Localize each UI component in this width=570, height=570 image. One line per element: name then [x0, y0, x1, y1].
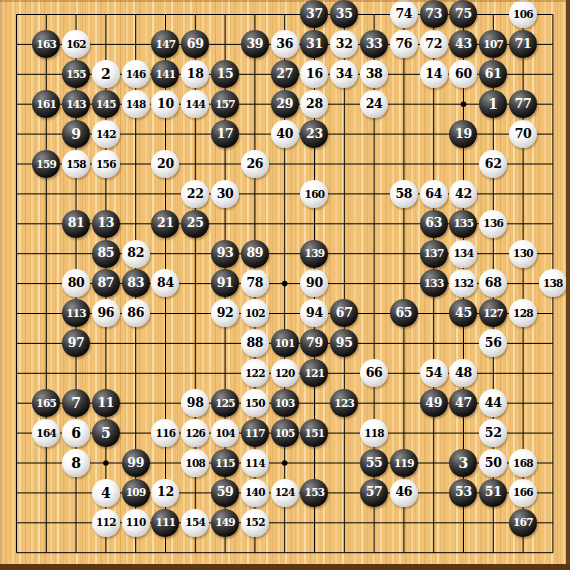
stone-35[interactable]: 35 [330, 0, 358, 28]
stone-38[interactable]: 38 [360, 60, 388, 88]
stone-94[interactable]: 94 [300, 299, 328, 327]
stone-125[interactable]: 125 [211, 389, 239, 417]
stone-123[interactable]: 123 [330, 389, 358, 417]
stone-87[interactable]: 87 [92, 269, 120, 297]
stone-98[interactable]: 98 [181, 389, 209, 417]
stone-127[interactable]: 127 [479, 299, 507, 327]
stone-53[interactable]: 53 [449, 479, 477, 507]
stone-164[interactable]: 164 [32, 419, 60, 447]
stone-120[interactable]: 120 [271, 359, 299, 387]
stone-92[interactable]: 92 [211, 299, 239, 327]
stone-72[interactable]: 72 [420, 30, 448, 58]
stone-26[interactable]: 26 [241, 150, 269, 178]
stone-5[interactable]: 5 [92, 419, 120, 447]
stone-147[interactable]: 147 [151, 30, 179, 58]
stone-110[interactable]: 110 [122, 509, 150, 537]
stone-106[interactable]: 106 [509, 0, 537, 28]
stone-162[interactable]: 162 [62, 30, 90, 58]
stone-167[interactable]: 167 [509, 509, 537, 537]
stone-21[interactable]: 21 [151, 210, 179, 238]
stone-93[interactable]: 93 [211, 240, 239, 268]
stone-144[interactable]: 144 [181, 90, 209, 118]
stone-33[interactable]: 33 [360, 30, 388, 58]
stone-74[interactable]: 74 [390, 0, 418, 28]
stone-66[interactable]: 66 [360, 359, 388, 387]
stone-105[interactable]: 105 [271, 419, 299, 447]
stone-101[interactable]: 101 [271, 329, 299, 357]
stone-23[interactable]: 23 [300, 120, 328, 148]
stone-84[interactable]: 84 [151, 269, 179, 297]
stone-103[interactable]: 103 [271, 389, 299, 417]
stone-16[interactable]: 16 [300, 60, 328, 88]
stone-150[interactable]: 150 [241, 389, 269, 417]
stone-142[interactable]: 142 [92, 120, 120, 148]
stone-11[interactable]: 11 [92, 389, 120, 417]
stone-132[interactable]: 132 [449, 269, 477, 297]
stone-3[interactable]: 3 [449, 449, 477, 477]
stone-145[interactable]: 145 [92, 90, 120, 118]
stone-55[interactable]: 55 [360, 449, 388, 477]
stone-48[interactable]: 48 [449, 359, 477, 387]
stone-1[interactable]: 1 [479, 90, 507, 118]
stone-68[interactable]: 68 [479, 269, 507, 297]
stone-13[interactable]: 13 [92, 210, 120, 238]
stone-157[interactable]: 157 [211, 90, 239, 118]
stone-27[interactable]: 27 [271, 60, 299, 88]
stone-67[interactable]: 67 [330, 299, 358, 327]
stone-7[interactable]: 7 [62, 389, 90, 417]
stone-37[interactable]: 37 [300, 0, 328, 28]
stone-151[interactable]: 151 [300, 419, 328, 447]
stone-140[interactable]: 140 [241, 479, 269, 507]
stone-25[interactable]: 25 [181, 210, 209, 238]
stone-69[interactable]: 69 [181, 30, 209, 58]
stone-79[interactable]: 79 [300, 329, 328, 357]
stone-31[interactable]: 31 [300, 30, 328, 58]
stone-2[interactable]: 2 [92, 60, 120, 88]
stone-32[interactable]: 32 [330, 30, 358, 58]
stone-116[interactable]: 116 [151, 419, 179, 447]
stone-146[interactable]: 146 [122, 60, 150, 88]
stone-161[interactable]: 161 [32, 90, 60, 118]
stones-layer: 1234567891011121314151617181920212223242… [2, 0, 568, 567]
stone-117[interactable]: 117 [241, 419, 269, 447]
stone-155[interactable]: 155 [62, 60, 90, 88]
stone-130[interactable]: 130 [509, 240, 537, 268]
stone-153[interactable]: 153 [300, 479, 328, 507]
stone-152[interactable]: 152 [241, 509, 269, 537]
stone-76[interactable]: 76 [390, 30, 418, 58]
stone-40[interactable]: 40 [271, 120, 299, 148]
stone-70[interactable]: 70 [509, 120, 537, 148]
stone-59[interactable]: 59 [211, 479, 239, 507]
stone-45[interactable]: 45 [449, 299, 477, 327]
stone-6[interactable]: 6 [62, 419, 90, 447]
stone-96[interactable]: 96 [92, 299, 120, 327]
stone-28[interactable]: 28 [300, 90, 328, 118]
stone-42[interactable]: 42 [449, 180, 477, 208]
stone-113[interactable]: 113 [62, 299, 90, 327]
stone-75[interactable]: 75 [449, 0, 477, 28]
stone-107[interactable]: 107 [479, 30, 507, 58]
stone-134[interactable]: 134 [449, 240, 477, 268]
stone-82[interactable]: 82 [122, 240, 150, 268]
stone-163[interactable]: 163 [32, 30, 60, 58]
stone-95[interactable]: 95 [330, 329, 358, 357]
stone-136[interactable]: 136 [479, 210, 507, 238]
stone-61[interactable]: 61 [479, 60, 507, 88]
go-board[interactable]: 1234567891011121314151617181920212223242… [0, 0, 570, 570]
stone-34[interactable]: 34 [330, 60, 358, 88]
stone-71[interactable]: 71 [509, 30, 537, 58]
stone-109[interactable]: 109 [122, 479, 150, 507]
stone-90[interactable]: 90 [300, 269, 328, 297]
stone-114[interactable]: 114 [241, 449, 269, 477]
stone-9[interactable]: 9 [62, 120, 90, 148]
stone-137[interactable]: 137 [420, 240, 448, 268]
stone-19[interactable]: 19 [449, 120, 477, 148]
stone-121[interactable]: 121 [300, 359, 328, 387]
stone-88[interactable]: 88 [241, 329, 269, 357]
stone-43[interactable]: 43 [449, 30, 477, 58]
stone-51[interactable]: 51 [479, 479, 507, 507]
stone-124[interactable]: 124 [271, 479, 299, 507]
stone-119[interactable]: 119 [390, 449, 418, 477]
stone-159[interactable]: 159 [32, 150, 60, 178]
stone-86[interactable]: 86 [122, 299, 150, 327]
stone-85[interactable]: 85 [92, 240, 120, 268]
stone-133[interactable]: 133 [420, 269, 448, 297]
stone-20[interactable]: 20 [151, 150, 179, 178]
stone-58[interactable]: 58 [390, 180, 418, 208]
stone-160[interactable]: 160 [300, 180, 328, 208]
stone-91[interactable]: 91 [211, 269, 239, 297]
stone-138[interactable]: 138 [539, 269, 567, 297]
stone-126[interactable]: 126 [181, 419, 209, 447]
stone-128[interactable]: 128 [509, 299, 537, 327]
stone-156[interactable]: 156 [92, 150, 120, 178]
stone-18[interactable]: 18 [181, 60, 209, 88]
stone-4[interactable]: 4 [92, 479, 120, 507]
stone-12[interactable]: 12 [151, 479, 179, 507]
stone-115[interactable]: 115 [211, 449, 239, 477]
stone-143[interactable]: 143 [62, 90, 90, 118]
stone-118[interactable]: 118 [360, 419, 388, 447]
stone-49[interactable]: 49 [420, 389, 448, 417]
stone-15[interactable]: 15 [211, 60, 239, 88]
stone-80[interactable]: 80 [62, 269, 90, 297]
stone-36[interactable]: 36 [271, 30, 299, 58]
stone-14[interactable]: 14 [420, 60, 448, 88]
stone-62[interactable]: 62 [479, 150, 507, 178]
stone-154[interactable]: 154 [181, 509, 209, 537]
stone-135[interactable]: 135 [449, 210, 477, 238]
stone-39[interactable]: 39 [241, 30, 269, 58]
stone-102[interactable]: 102 [241, 299, 269, 327]
stone-83[interactable]: 83 [122, 269, 150, 297]
stone-158[interactable]: 158 [62, 150, 90, 178]
stone-30[interactable]: 30 [211, 180, 239, 208]
stone-148[interactable]: 148 [122, 90, 150, 118]
stone-112[interactable]: 112 [92, 509, 120, 537]
stone-139[interactable]: 139 [300, 240, 328, 268]
stone-64[interactable]: 64 [420, 180, 448, 208]
stone-65[interactable]: 65 [390, 299, 418, 327]
stone-46[interactable]: 46 [390, 479, 418, 507]
stone-56[interactable]: 56 [479, 329, 507, 357]
stone-73[interactable]: 73 [420, 0, 448, 28]
stone-47[interactable]: 47 [449, 389, 477, 417]
stone-57[interactable]: 57 [360, 479, 388, 507]
stone-89[interactable]: 89 [241, 240, 269, 268]
stone-78[interactable]: 78 [241, 269, 269, 297]
stone-63[interactable]: 63 [420, 210, 448, 238]
stone-50[interactable]: 50 [479, 449, 507, 477]
stone-22[interactable]: 22 [181, 180, 209, 208]
stone-97[interactable]: 97 [62, 329, 90, 357]
stone-60[interactable]: 60 [449, 60, 477, 88]
stone-108[interactable]: 108 [181, 449, 209, 477]
stone-29[interactable]: 29 [271, 90, 299, 118]
stone-149[interactable]: 149 [211, 509, 239, 537]
stone-99[interactable]: 99 [122, 449, 150, 477]
stone-44[interactable]: 44 [479, 389, 507, 417]
stone-8[interactable]: 8 [62, 449, 90, 477]
stone-54[interactable]: 54 [420, 359, 448, 387]
stone-111[interactable]: 111 [151, 509, 179, 537]
stone-104[interactable]: 104 [211, 419, 239, 447]
stone-77[interactable]: 77 [509, 90, 537, 118]
stone-165[interactable]: 165 [32, 389, 60, 417]
stone-122[interactable]: 122 [241, 359, 269, 387]
stone-24[interactable]: 24 [360, 90, 388, 118]
stone-52[interactable]: 52 [479, 419, 507, 447]
stone-168[interactable]: 168 [509, 449, 537, 477]
stone-81[interactable]: 81 [62, 210, 90, 238]
stone-166[interactable]: 166 [509, 479, 537, 507]
stone-10[interactable]: 10 [151, 90, 179, 118]
stone-141[interactable]: 141 [151, 60, 179, 88]
stone-17[interactable]: 17 [211, 120, 239, 148]
